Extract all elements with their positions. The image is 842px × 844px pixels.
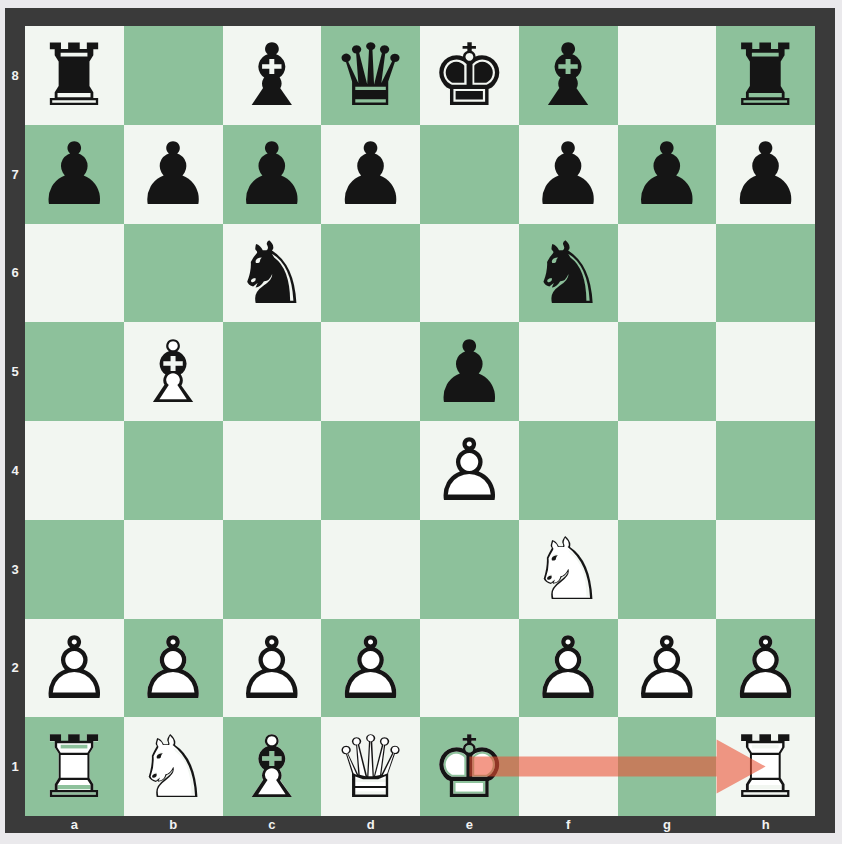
piece-white-king[interactable]: ♚♔	[420, 717, 519, 816]
piece-white-knight[interactable]: ♞♘	[124, 717, 223, 816]
piece-glyph: ♙	[124, 619, 223, 718]
piece-glyph: ♝	[223, 26, 322, 125]
square-b2[interactable]: ♟♙	[124, 619, 223, 718]
square-g1[interactable]	[618, 717, 717, 816]
rank-label-1: 1	[5, 717, 25, 816]
piece-glyph: ♗	[124, 322, 223, 421]
piece-glyph: ♘	[124, 717, 223, 816]
file-label-c: c	[223, 816, 322, 833]
square-f6[interactable]: ♞	[519, 224, 618, 323]
square-f3[interactable]: ♞♘	[519, 520, 618, 619]
file-label-d: d	[321, 816, 420, 833]
piece-glyph: ♙	[321, 619, 420, 718]
square-h5[interactable]	[716, 322, 815, 421]
square-b3[interactable]	[124, 520, 223, 619]
square-b7[interactable]: ♟	[124, 125, 223, 224]
rank-label-6: 6	[5, 224, 25, 323]
piece-white-pawn[interactable]: ♟♙	[124, 619, 223, 718]
piece-glyph: ♜	[716, 26, 815, 125]
piece-glyph: ♟	[25, 125, 124, 224]
piece-black-pawn[interactable]: ♟	[124, 125, 223, 224]
square-a1[interactable]: ♜♖	[25, 717, 124, 816]
square-c4[interactable]	[223, 421, 322, 520]
square-c5[interactable]	[223, 322, 322, 421]
square-g3[interactable]	[618, 520, 717, 619]
square-g4[interactable]	[618, 421, 717, 520]
chess-board-frame: ♜♝♛♚♝♜♟♟♟♟♟♟♟♞♞♝♗♟♟♙♞♘♟♙♟♙♟♙♟♙♟♙♟♙♟♙♜♖♞♘…	[5, 8, 835, 833]
rank-label-8: 8	[5, 26, 25, 125]
piece-glyph: ♛	[321, 26, 420, 125]
piece-white-rook[interactable]: ♜♖	[25, 717, 124, 816]
square-g6[interactable]	[618, 224, 717, 323]
piece-black-bishop[interactable]: ♝	[519, 26, 618, 125]
piece-black-bishop[interactable]: ♝	[223, 26, 322, 125]
page-background: ♜♝♛♚♝♜♟♟♟♟♟♟♟♞♞♝♗♟♟♙♞♘♟♙♟♙♟♙♟♙♟♙♟♙♟♙♜♖♞♘…	[0, 0, 842, 844]
square-g5[interactable]	[618, 322, 717, 421]
square-e1[interactable]: ♚♔	[420, 717, 519, 816]
square-a5[interactable]	[25, 322, 124, 421]
square-f4[interactable]	[519, 421, 618, 520]
square-e3[interactable]	[420, 520, 519, 619]
piece-glyph: ♚	[420, 26, 519, 125]
piece-glyph: ♟	[420, 322, 519, 421]
square-d5[interactable]	[321, 322, 420, 421]
piece-glyph: ♙	[618, 619, 717, 718]
file-label-e: e	[420, 816, 519, 833]
square-e6[interactable]	[420, 224, 519, 323]
piece-glyph: ♕	[321, 717, 420, 816]
square-h6[interactable]	[716, 224, 815, 323]
rank-label-7: 7	[5, 125, 25, 224]
square-a4[interactable]	[25, 421, 124, 520]
square-g2[interactable]: ♟♙	[618, 619, 717, 718]
square-c7[interactable]: ♟	[223, 125, 322, 224]
square-a6[interactable]	[25, 224, 124, 323]
piece-black-pawn[interactable]: ♟	[25, 125, 124, 224]
file-label-a: a	[25, 816, 124, 833]
square-a3[interactable]	[25, 520, 124, 619]
square-b8[interactable]	[124, 26, 223, 125]
piece-black-pawn[interactable]: ♟	[519, 125, 618, 224]
piece-glyph: ♟	[519, 125, 618, 224]
piece-white-knight[interactable]: ♞♘	[519, 520, 618, 619]
piece-black-knight[interactable]: ♞	[519, 224, 618, 323]
piece-white-bishop[interactable]: ♝♗	[223, 717, 322, 816]
square-e8[interactable]: ♚	[420, 26, 519, 125]
square-f5[interactable]	[519, 322, 618, 421]
file-label-b: b	[124, 816, 223, 833]
square-h4[interactable]	[716, 421, 815, 520]
square-d3[interactable]	[321, 520, 420, 619]
piece-white-pawn[interactable]: ♟♙	[321, 619, 420, 718]
square-e2[interactable]	[420, 619, 519, 718]
square-c8[interactable]: ♝	[223, 26, 322, 125]
square-a2[interactable]: ♟♙	[25, 619, 124, 718]
square-d6[interactable]	[321, 224, 420, 323]
square-g7[interactable]: ♟	[618, 125, 717, 224]
square-b6[interactable]	[124, 224, 223, 323]
square-f7[interactable]: ♟	[519, 125, 618, 224]
piece-glyph: ♞	[519, 224, 618, 323]
square-c2[interactable]: ♟♙	[223, 619, 322, 718]
square-e7[interactable]	[420, 125, 519, 224]
piece-black-rook[interactable]: ♜	[25, 26, 124, 125]
square-f2[interactable]: ♟♙	[519, 619, 618, 718]
piece-glyph: ♙	[420, 421, 519, 520]
piece-white-rook[interactable]: ♜♖	[716, 717, 815, 816]
piece-black-pawn[interactable]: ♟	[321, 125, 420, 224]
square-d7[interactable]: ♟	[321, 125, 420, 224]
piece-black-pawn[interactable]: ♟	[716, 125, 815, 224]
piece-glyph: ♝	[519, 26, 618, 125]
file-label-g: g	[618, 816, 717, 833]
square-e5[interactable]: ♟	[420, 322, 519, 421]
square-b1[interactable]: ♞♘	[124, 717, 223, 816]
piece-glyph: ♟	[223, 125, 322, 224]
piece-glyph: ♗	[223, 717, 322, 816]
piece-glyph: ♟	[124, 125, 223, 224]
piece-black-pawn[interactable]: ♟	[420, 322, 519, 421]
piece-glyph: ♔	[420, 717, 519, 816]
square-d1[interactable]: ♛♕	[321, 717, 420, 816]
square-h1[interactable]: ♜♖	[716, 717, 815, 816]
rank-label-2: 2	[5, 619, 25, 718]
piece-white-pawn[interactable]: ♟♙	[618, 619, 717, 718]
piece-white-pawn[interactable]: ♟♙	[420, 421, 519, 520]
square-g8[interactable]	[618, 26, 717, 125]
rank-label-3: 3	[5, 520, 25, 619]
square-h2[interactable]: ♟♙	[716, 619, 815, 718]
piece-black-king[interactable]: ♚	[420, 26, 519, 125]
piece-glyph: ♞	[223, 224, 322, 323]
piece-white-bishop[interactable]: ♝♗	[124, 322, 223, 421]
square-a7[interactable]: ♟	[25, 125, 124, 224]
square-h8[interactable]: ♜	[716, 26, 815, 125]
square-f8[interactable]: ♝	[519, 26, 618, 125]
piece-glyph: ♟	[321, 125, 420, 224]
piece-glyph: ♙	[519, 619, 618, 718]
square-f1[interactable]	[519, 717, 618, 816]
piece-glyph: ♙	[223, 619, 322, 718]
piece-white-queen[interactable]: ♛♕	[321, 717, 420, 816]
piece-glyph: ♖	[25, 717, 124, 816]
piece-black-rook[interactable]: ♜	[716, 26, 815, 125]
square-d8[interactable]: ♛	[321, 26, 420, 125]
piece-glyph: ♜	[25, 26, 124, 125]
file-label-f: f	[519, 816, 618, 833]
square-d2[interactable]: ♟♙	[321, 619, 420, 718]
file-label-h: h	[716, 816, 815, 833]
square-c6[interactable]: ♞	[223, 224, 322, 323]
square-b4[interactable]	[124, 421, 223, 520]
square-h3[interactable]	[716, 520, 815, 619]
piece-glyph: ♟	[618, 125, 717, 224]
square-b5[interactable]: ♝♗	[124, 322, 223, 421]
square-c3[interactable]	[223, 520, 322, 619]
piece-white-pawn[interactable]: ♟♙	[519, 619, 618, 718]
rank-label-5: 5	[5, 322, 25, 421]
square-h7[interactable]: ♟	[716, 125, 815, 224]
piece-black-pawn[interactable]: ♟	[618, 125, 717, 224]
rank-label-4: 4	[5, 421, 25, 520]
square-a8[interactable]: ♜	[25, 26, 124, 125]
piece-glyph: ♖	[716, 717, 815, 816]
piece-black-queen[interactable]: ♛	[321, 26, 420, 125]
piece-glyph: ♘	[519, 520, 618, 619]
piece-white-pawn[interactable]: ♟♙	[223, 619, 322, 718]
piece-white-pawn[interactable]: ♟♙	[716, 619, 815, 718]
piece-glyph: ♙	[25, 619, 124, 718]
square-e4[interactable]: ♟♙	[420, 421, 519, 520]
piece-glyph: ♙	[716, 619, 815, 718]
piece-black-pawn[interactable]: ♟	[223, 125, 322, 224]
piece-black-knight[interactable]: ♞	[223, 224, 322, 323]
piece-glyph: ♟	[716, 125, 815, 224]
square-d4[interactable]	[321, 421, 420, 520]
square-c1[interactable]: ♝♗	[223, 717, 322, 816]
piece-white-pawn[interactable]: ♟♙	[25, 619, 124, 718]
chess-board: ♜♝♛♚♝♜♟♟♟♟♟♟♟♞♞♝♗♟♟♙♞♘♟♙♟♙♟♙♟♙♟♙♟♙♟♙♜♖♞♘…	[25, 26, 815, 816]
